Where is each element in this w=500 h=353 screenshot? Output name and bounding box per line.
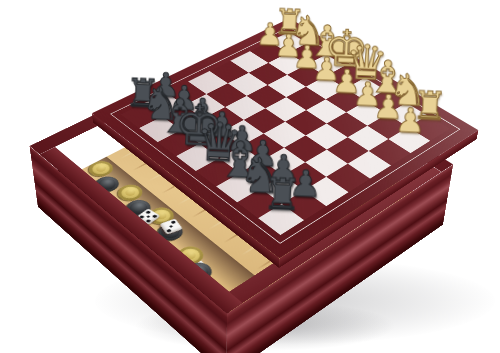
chess-piece-black-rook: ♜ [248,168,315,221]
die-pip [152,214,157,217]
die-pip [146,215,151,218]
scene: 16 ♜♞♝♛♚♝♞♜♟♟♟♟♟♟♟♟♟♟♟♟♟♟♟♟♜♞♝♛♚♝♞♜ [0,0,500,353]
product-photo-frame: 16 ♜♞♝♛♚♝♞♜♟♟♟♟♟♟♟♟♟♟♟♟♟♟♟♟♜♞♝♛♚♝♞♜ [0,0,500,353]
chess-piece-white-pawn: ♟ [380,99,441,141]
die-pip [167,229,172,232]
die-pip [146,219,151,222]
die-pip [171,220,176,223]
die-pip [146,210,151,213]
die-pip [169,224,174,227]
